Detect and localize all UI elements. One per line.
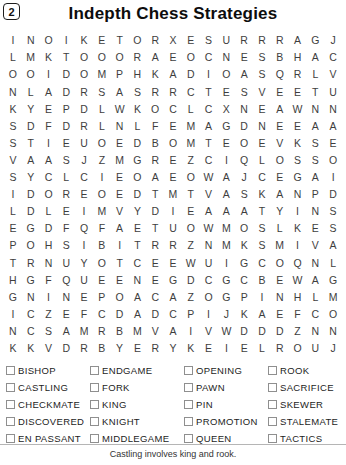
grid-cell-r5c16[interactable]: A <box>271 100 289 117</box>
grid-cell-r16c14[interactable]: P <box>235 288 253 305</box>
grid-cell-r1c3[interactable]: O <box>40 32 58 49</box>
grid-cell-r15c17[interactable]: W <box>289 271 307 288</box>
grid-cell-r17c8[interactable]: A <box>129 306 147 323</box>
grid-cell-r13c13[interactable]: M <box>217 237 235 254</box>
grid-cell-r5c9[interactable]: O <box>146 100 164 117</box>
word-item-opening[interactable]: OPENING <box>184 362 268 379</box>
grid-cell-r14c3[interactable]: N <box>40 254 58 271</box>
word-checkbox-tactics[interactable] <box>268 434 277 443</box>
grid-cell-r4c1[interactable]: N <box>4 83 22 100</box>
grid-cell-r7c7[interactable]: E <box>111 135 129 152</box>
grid-cell-r11c11[interactable]: E <box>182 203 200 220</box>
grid-cell-r8c16[interactable]: O <box>271 152 289 169</box>
grid-cell-r9c11[interactable]: O <box>182 169 200 186</box>
grid-cell-r8c6[interactable]: Z <box>93 152 111 169</box>
grid-cell-r12c15[interactable]: S <box>253 220 271 237</box>
grid-cell-r4c17[interactable]: E <box>289 83 307 100</box>
grid-cell-r10c15[interactable]: K <box>253 186 271 203</box>
grid-cell-r2c11[interactable]: O <box>182 49 200 66</box>
grid-cell-r19c8[interactable]: E <box>129 340 147 357</box>
grid-cell-r6c4[interactable]: D <box>57 117 75 134</box>
grid-cell-r6c17[interactable]: E <box>289 117 307 134</box>
grid-cell-r15c14[interactable]: C <box>235 271 253 288</box>
grid-cell-r16c3[interactable]: I <box>40 288 58 305</box>
grid-cell-r12c13[interactable]: M <box>217 220 235 237</box>
grid-cell-r13c7[interactable]: I <box>111 237 129 254</box>
grid-cell-r7c17[interactable]: K <box>289 135 307 152</box>
grid-cell-r18c11[interactable]: I <box>182 323 200 340</box>
word-item-sacrifice[interactable]: SACRIFICE <box>268 379 342 396</box>
grid-cell-r10c9[interactable]: T <box>146 186 164 203</box>
grid-cell-r11c14[interactable]: A <box>235 203 253 220</box>
grid-cell-r12c7[interactable]: A <box>111 220 129 237</box>
grid-cell-r4c6[interactable]: S <box>93 83 111 100</box>
grid-cell-r2c15[interactable]: S <box>253 49 271 66</box>
grid-cell-r2c14[interactable]: E <box>235 49 253 66</box>
grid-cell-r10c7[interactable]: E <box>111 186 129 203</box>
grid-cell-r7c8[interactable]: D <box>129 135 147 152</box>
grid-cell-r2c9[interactable]: A <box>146 49 164 66</box>
grid-cell-r15c6[interactable]: E <box>93 271 111 288</box>
grid-cell-r13c9[interactable]: R <box>146 237 164 254</box>
grid-cell-r14c7[interactable]: T <box>111 254 129 271</box>
word-checkbox-king[interactable] <box>90 400 99 409</box>
grid-cell-r8c12[interactable]: C <box>200 152 218 169</box>
grid-cell-r17c3[interactable]: Z <box>40 306 58 323</box>
grid-cell-r10c8[interactable]: D <box>129 186 147 203</box>
grid-cell-r14c11[interactable]: W <box>182 254 200 271</box>
grid-cell-r5c13[interactable]: X <box>217 100 235 117</box>
grid-cell-r19c10[interactable]: Y <box>164 340 182 357</box>
grid-cell-r16c17[interactable]: H <box>289 288 307 305</box>
grid-cell-r4c13[interactable]: E <box>217 83 235 100</box>
word-checkbox-endgame[interactable] <box>90 366 99 375</box>
grid-cell-r15c18[interactable]: A <box>306 271 324 288</box>
word-item-fork[interactable]: FORK <box>90 379 184 396</box>
grid-cell-r5c12[interactable]: C <box>200 100 218 117</box>
grid-cell-r11c10[interactable]: I <box>164 203 182 220</box>
grid-cell-r17c4[interactable]: E <box>57 306 75 323</box>
grid-cell-r13c18[interactable]: V <box>306 237 324 254</box>
grid-cell-r10c6[interactable]: O <box>93 186 111 203</box>
grid-cell-r9c18[interactable]: A <box>306 169 324 186</box>
grid-cell-r18c2[interactable]: C <box>22 323 40 340</box>
grid-cell-r18c10[interactable]: A <box>164 323 182 340</box>
grid-cell-r1c17[interactable]: A <box>289 32 307 49</box>
grid-cell-r1c13[interactable]: U <box>217 32 235 49</box>
word-checkbox-queen[interactable] <box>184 434 193 443</box>
grid-cell-r19c16[interactable]: R <box>271 340 289 357</box>
grid-cell-r7c12[interactable]: T <box>200 135 218 152</box>
grid-cell-r10c4[interactable]: R <box>57 186 75 203</box>
grid-cell-r14c1[interactable]: T <box>4 254 22 271</box>
word-checkbox-opening[interactable] <box>184 366 193 375</box>
grid-cell-r15c19[interactable]: G <box>324 271 342 288</box>
word-item-pawn[interactable]: PAWN <box>184 379 268 396</box>
grid-cell-r16c11[interactable]: Z <box>182 288 200 305</box>
grid-cell-r16c16[interactable]: N <box>271 288 289 305</box>
grid-cell-r10c2[interactable]: D <box>22 186 40 203</box>
grid-cell-r8c7[interactable]: M <box>111 152 129 169</box>
grid-cell-r6c11[interactable]: M <box>182 117 200 134</box>
grid-cell-r2c8[interactable]: R <box>129 49 147 66</box>
word-checkbox-fork[interactable] <box>90 383 99 392</box>
grid-cell-r18c19[interactable]: N <box>324 323 342 340</box>
grid-cell-r15c13[interactable]: G <box>217 271 235 288</box>
grid-cell-r19c17[interactable]: O <box>289 340 307 357</box>
grid-cell-r5c5[interactable]: D <box>75 100 93 117</box>
grid-cell-r1c10[interactable]: X <box>164 32 182 49</box>
grid-cell-r15c1[interactable]: H <box>4 271 22 288</box>
grid-cell-r15c12[interactable]: C <box>200 271 218 288</box>
grid-cell-r14c4[interactable]: U <box>57 254 75 271</box>
grid-cell-r16c1[interactable]: G <box>4 288 22 305</box>
grid-cell-r4c4[interactable]: D <box>57 83 75 100</box>
grid-cell-r6c15[interactable]: N <box>253 117 271 134</box>
grid-cell-r3c19[interactable]: V <box>324 66 342 83</box>
grid-cell-r13c1[interactable]: P <box>4 237 22 254</box>
grid-cell-r4c3[interactable]: A <box>40 83 58 100</box>
word-item-king[interactable]: KING <box>90 396 184 413</box>
grid-cell-r18c14[interactable]: D <box>235 323 253 340</box>
grid-cell-r14c6[interactable]: O <box>93 254 111 271</box>
word-item-endgame[interactable]: ENDGAME <box>90 362 184 379</box>
grid-cell-r5c4[interactable]: P <box>57 100 75 117</box>
grid-cell-r19c15[interactable]: L <box>253 340 271 357</box>
grid-cell-r9c14[interactable]: J <box>235 169 253 186</box>
grid-cell-r6c14[interactable]: D <box>235 117 253 134</box>
grid-cell-r18c7[interactable]: B <box>111 323 129 340</box>
grid-cell-r5c1[interactable]: K <box>4 100 22 117</box>
grid-cell-r14c14[interactable]: G <box>235 254 253 271</box>
grid-cell-r8c4[interactable]: S <box>57 152 75 169</box>
grid-cell-r14c2[interactable]: R <box>22 254 40 271</box>
grid-cell-r13c4[interactable]: S <box>57 237 75 254</box>
grid-cell-r17c1[interactable]: I <box>4 306 22 323</box>
word-checkbox-sacrifice[interactable] <box>268 383 277 392</box>
word-checkbox-skewer[interactable] <box>268 400 277 409</box>
word-checkbox-middlegame[interactable] <box>90 434 99 443</box>
grid-cell-r6c12[interactable]: A <box>200 117 218 134</box>
grid-cell-r9c7[interactable]: E <box>111 169 129 186</box>
grid-cell-r16c5[interactable]: E <box>75 288 93 305</box>
grid-cell-r17c10[interactable]: C <box>164 306 182 323</box>
grid-cell-r4c12[interactable]: T <box>200 83 218 100</box>
grid-cell-r14c13[interactable]: I <box>217 254 235 271</box>
grid-cell-r15c8[interactable]: N <box>129 271 147 288</box>
grid-cell-r7c1[interactable]: S <box>4 135 22 152</box>
grid-cell-r7c5[interactable]: U <box>75 135 93 152</box>
grid-cell-r15c11[interactable]: D <box>182 271 200 288</box>
grid-cell-r16c18[interactable]: L <box>306 288 324 305</box>
grid-cell-r2c13[interactable]: N <box>217 49 235 66</box>
grid-cell-r17c11[interactable]: P <box>182 306 200 323</box>
grid-cell-r12c6[interactable]: F <box>93 220 111 237</box>
grid-cell-r3c2[interactable]: O <box>22 66 40 83</box>
grid-cell-r9c4[interactable]: L <box>57 169 75 186</box>
grid-cell-r18c15[interactable]: D <box>253 323 271 340</box>
grid-cell-r8c18[interactable]: S <box>306 152 324 169</box>
grid-cell-r12c16[interactable]: L <box>271 220 289 237</box>
grid-cell-r10c5[interactable]: E <box>75 186 93 203</box>
grid-cell-r6c9[interactable]: F <box>146 117 164 134</box>
grid-cell-r2c3[interactable]: K <box>40 49 58 66</box>
grid-cell-r7c2[interactable]: T <box>22 135 40 152</box>
grid-cell-r2c7[interactable]: O <box>111 49 129 66</box>
grid-cell-r17c18[interactable]: C <box>306 306 324 323</box>
grid-cell-r16c13[interactable]: G <box>217 288 235 305</box>
grid-cell-r6c8[interactable]: L <box>129 117 147 134</box>
grid-cell-r8c11[interactable]: Z <box>182 152 200 169</box>
grid-cell-r6c13[interactable]: G <box>217 117 235 134</box>
word-checkbox-knight[interactable] <box>90 417 99 426</box>
grid-cell-r12c9[interactable]: T <box>146 220 164 237</box>
grid-cell-r6c7[interactable]: N <box>111 117 129 134</box>
word-item-castling[interactable]: CASTLING <box>6 379 90 396</box>
grid-cell-r16c12[interactable]: O <box>200 288 218 305</box>
grid-cell-r7c15[interactable]: E <box>253 135 271 152</box>
grid-cell-r15c9[interactable]: E <box>146 271 164 288</box>
grid-cell-r6c5[interactable]: R <box>75 117 93 134</box>
grid-cell-r1c12[interactable]: S <box>200 32 218 49</box>
grid-cell-r1c15[interactable]: R <box>253 32 271 49</box>
grid-cell-r9c19[interactable]: I <box>324 169 342 186</box>
grid-cell-r16c15[interactable]: I <box>253 288 271 305</box>
grid-cell-r5c10[interactable]: C <box>164 100 182 117</box>
grid-cell-r5c15[interactable]: E <box>253 100 271 117</box>
grid-cell-r11c18[interactable]: N <box>306 203 324 220</box>
grid-cell-r8c8[interactable]: G <box>129 152 147 169</box>
grid-cell-r4c10[interactable]: R <box>164 83 182 100</box>
grid-cell-r19c13[interactable]: I <box>217 340 235 357</box>
grid-cell-r17c17[interactable]: F <box>289 306 307 323</box>
grid-cell-r8c15[interactable]: L <box>253 152 271 169</box>
grid-cell-r18c16[interactable]: D <box>271 323 289 340</box>
word-item-bishop[interactable]: BISHOP <box>6 362 90 379</box>
grid-cell-r5c14[interactable]: N <box>235 100 253 117</box>
grid-cell-r3c13[interactable]: O <box>217 66 235 83</box>
grid-cell-r15c5[interactable]: U <box>75 271 93 288</box>
grid-cell-r4c15[interactable]: V <box>253 83 271 100</box>
grid-cell-r3c6[interactable]: M <box>93 66 111 83</box>
grid-cell-r5c3[interactable]: E <box>40 100 58 117</box>
grid-cell-r5c11[interactable]: L <box>182 100 200 117</box>
grid-cell-r19c4[interactable]: D <box>57 340 75 357</box>
grid-cell-r1c2[interactable]: N <box>22 32 40 49</box>
word-checkbox-pin[interactable] <box>184 400 193 409</box>
grid-cell-r5c7[interactable]: W <box>111 100 129 117</box>
grid-cell-r7c13[interactable]: E <box>217 135 235 152</box>
grid-cell-r12c5[interactable]: Q <box>75 220 93 237</box>
grid-cell-r14c17[interactable]: Q <box>289 254 307 271</box>
grid-cell-r7c6[interactable]: O <box>93 135 111 152</box>
grid-cell-r14c9[interactable]: E <box>146 254 164 271</box>
grid-cell-r17c19[interactable]: O <box>324 306 342 323</box>
grid-cell-r17c6[interactable]: C <box>93 306 111 323</box>
grid-cell-r6c18[interactable]: A <box>306 117 324 134</box>
grid-cell-r19c2[interactable]: K <box>22 340 40 357</box>
grid-cell-r10c1[interactable]: I <box>4 186 22 203</box>
grid-cell-r14c5[interactable]: Y <box>75 254 93 271</box>
grid-cell-r7c14[interactable]: O <box>235 135 253 152</box>
grid-cell-r19c3[interactable]: V <box>40 340 58 357</box>
grid-cell-r6c3[interactable]: F <box>40 117 58 134</box>
grid-cell-r5c18[interactable]: N <box>306 100 324 117</box>
grid-cell-r18c13[interactable]: W <box>217 323 235 340</box>
grid-cell-r4c5[interactable]: R <box>75 83 93 100</box>
grid-cell-r13c11[interactable]: Z <box>182 237 200 254</box>
grid-cell-r11c19[interactable]: S <box>324 203 342 220</box>
grid-cell-r3c4[interactable]: D <box>57 66 75 83</box>
grid-cell-r13c12[interactable]: N <box>200 237 218 254</box>
grid-cell-r2c2[interactable]: M <box>22 49 40 66</box>
grid-cell-r17c2[interactable]: C <box>22 306 40 323</box>
grid-cell-r14c19[interactable]: L <box>324 254 342 271</box>
word-item-promotion[interactable]: PROMOTION <box>184 413 268 430</box>
grid-cell-r19c1[interactable]: K <box>4 340 22 357</box>
grid-cell-r8c17[interactable]: S <box>289 152 307 169</box>
grid-cell-r11c17[interactable]: I <box>289 203 307 220</box>
grid-cell-r13c6[interactable]: B <box>93 237 111 254</box>
grid-cell-r13c19[interactable]: A <box>324 237 342 254</box>
grid-cell-r15c15[interactable]: B <box>253 271 271 288</box>
grid-cell-r6c10[interactable]: E <box>164 117 182 134</box>
grid-cell-r14c16[interactable]: O <box>271 254 289 271</box>
grid-cell-r2c17[interactable]: H <box>289 49 307 66</box>
word-item-pin[interactable]: PIN <box>184 396 268 413</box>
grid-cell-r12c17[interactable]: K <box>289 220 307 237</box>
grid-cell-r11c8[interactable]: Y <box>129 203 147 220</box>
grid-cell-r12c11[interactable]: O <box>182 220 200 237</box>
grid-cell-r5c19[interactable]: N <box>324 100 342 117</box>
grid-cell-r19c19[interactable]: J <box>324 340 342 357</box>
grid-cell-r7c3[interactable]: I <box>40 135 58 152</box>
grid-cell-r6c16[interactable]: E <box>271 117 289 134</box>
word-checkbox-bishop[interactable] <box>6 366 15 375</box>
grid-cell-r11c12[interactable]: A <box>200 203 218 220</box>
grid-cell-r8c19[interactable]: O <box>324 152 342 169</box>
grid-cell-r18c8[interactable]: M <box>129 323 147 340</box>
grid-cell-r19c5[interactable]: R <box>75 340 93 357</box>
grid-cell-r10c3[interactable]: O <box>40 186 58 203</box>
grid-cell-r2c10[interactable]: E <box>164 49 182 66</box>
grid-cell-r9c1[interactable]: S <box>4 169 22 186</box>
grid-cell-r1c14[interactable]: R <box>235 32 253 49</box>
grid-cell-r19c9[interactable]: R <box>146 340 164 357</box>
grid-cell-r3c11[interactable]: D <box>182 66 200 83</box>
grid-cell-r7c16[interactable]: V <box>271 135 289 152</box>
grid-cell-r12c3[interactable]: D <box>40 220 58 237</box>
grid-cell-r2c5[interactable]: O <box>75 49 93 66</box>
grid-cell-r4c16[interactable]: E <box>271 83 289 100</box>
grid-cell-r14c10[interactable]: E <box>164 254 182 271</box>
grid-cell-r3c7[interactable]: P <box>111 66 129 83</box>
grid-cell-r15c16[interactable]: E <box>271 271 289 288</box>
grid-cell-r9c10[interactable]: E <box>164 169 182 186</box>
grid-cell-r14c8[interactable]: C <box>129 254 147 271</box>
grid-cell-r1c8[interactable]: O <box>129 32 147 49</box>
word-checkbox-checkmate[interactable] <box>6 400 15 409</box>
grid-cell-r11c4[interactable]: E <box>57 203 75 220</box>
grid-cell-r2c1[interactable]: L <box>4 49 22 66</box>
grid-cell-r4c11[interactable]: C <box>182 83 200 100</box>
grid-cell-r7c10[interactable]: O <box>164 135 182 152</box>
grid-cell-r6c2[interactable]: D <box>22 117 40 134</box>
grid-cell-r4c19[interactable]: U <box>324 83 342 100</box>
grid-cell-r3c15[interactable]: S <box>253 66 271 83</box>
grid-cell-r11c16[interactable]: Y <box>271 203 289 220</box>
grid-cell-r10c19[interactable]: D <box>324 186 342 203</box>
grid-cell-r16c4[interactable]: N <box>57 288 75 305</box>
grid-cell-r9c17[interactable]: G <box>289 169 307 186</box>
grid-cell-r12c2[interactable]: G <box>22 220 40 237</box>
grid-cell-r15c10[interactable]: G <box>164 271 182 288</box>
grid-cell-r13c5[interactable]: I <box>75 237 93 254</box>
word-item-discovered[interactable]: DISCOVERED <box>6 413 90 430</box>
grid-cell-r17c7[interactable]: D <box>111 306 129 323</box>
grid-cell-r8c1[interactable]: V <box>4 152 22 169</box>
grid-cell-r10c12[interactable]: V <box>200 186 218 203</box>
word-item-rook[interactable]: ROOK <box>268 362 342 379</box>
grid-cell-r16c8[interactable]: A <box>129 288 147 305</box>
grid-cell-r19c6[interactable]: B <box>93 340 111 357</box>
grid-cell-r1c18[interactable]: G <box>306 32 324 49</box>
grid-cell-r13c15[interactable]: S <box>253 237 271 254</box>
grid-cell-r18c12[interactable]: V <box>200 323 218 340</box>
grid-cell-r11c6[interactable]: M <box>93 203 111 220</box>
grid-cell-r12c18[interactable]: E <box>306 220 324 237</box>
grid-cell-r12c4[interactable]: F <box>57 220 75 237</box>
grid-cell-r10c18[interactable]: P <box>306 186 324 203</box>
grid-cell-r11c13[interactable]: A <box>217 203 235 220</box>
grid-cell-r7c4[interactable]: E <box>57 135 75 152</box>
grid-cell-r1c16[interactable]: R <box>271 32 289 49</box>
word-checkbox-rook[interactable] <box>268 366 277 375</box>
grid-cell-r5c2[interactable]: Y <box>22 100 40 117</box>
grid-cell-r19c7[interactable]: Y <box>111 340 129 357</box>
grid-cell-r9c9[interactable]: A <box>146 169 164 186</box>
grid-cell-r2c16[interactable]: B <box>271 49 289 66</box>
grid-cell-r17c15[interactable]: A <box>253 306 271 323</box>
grid-cell-r15c3[interactable]: F <box>40 271 58 288</box>
grid-cell-r9c8[interactable]: O <box>129 169 147 186</box>
grid-cell-r10c17[interactable]: N <box>289 186 307 203</box>
grid-cell-r11c15[interactable]: T <box>253 203 271 220</box>
grid-cell-r13c10[interactable]: R <box>164 237 182 254</box>
grid-cell-r3c8[interactable]: H <box>129 66 147 83</box>
grid-cell-r16c10[interactable]: A <box>164 288 182 305</box>
grid-cell-r18c9[interactable]: V <box>146 323 164 340</box>
grid-cell-r3c17[interactable]: R <box>289 66 307 83</box>
grid-cell-r14c12[interactable]: U <box>200 254 218 271</box>
grid-cell-r8c2[interactable]: A <box>22 152 40 169</box>
grid-cell-r1c19[interactable]: J <box>324 32 342 49</box>
grid-cell-r7c19[interactable]: E <box>324 135 342 152</box>
grid-cell-r17c14[interactable]: K <box>235 306 253 323</box>
grid-cell-r9c16[interactable]: E <box>271 169 289 186</box>
grid-cell-r9c13[interactable]: A <box>217 169 235 186</box>
grid-cell-r3c9[interactable]: K <box>146 66 164 83</box>
grid-cell-r8c9[interactable]: R <box>146 152 164 169</box>
grid-cell-r3c16[interactable]: Q <box>271 66 289 83</box>
grid-cell-r9c2[interactable]: Y <box>22 169 40 186</box>
grid-cell-r6c6[interactable]: L <box>93 117 111 134</box>
grid-cell-r6c19[interactable]: A <box>324 117 342 134</box>
grid-cell-r13c3[interactable]: H <box>40 237 58 254</box>
grid-cell-r13c16[interactable]: M <box>271 237 289 254</box>
grid-cell-r10c13[interactable]: A <box>217 186 235 203</box>
grid-cell-r17c5[interactable]: F <box>75 306 93 323</box>
